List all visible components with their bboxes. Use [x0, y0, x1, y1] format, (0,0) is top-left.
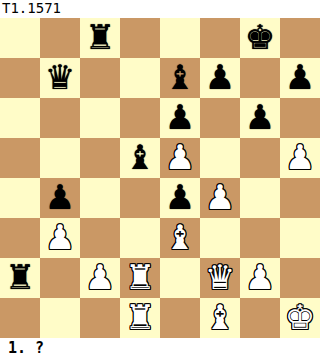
square-e5[interactable]: ♟	[160, 138, 200, 178]
white-pawn-h5: ♟	[285, 138, 315, 177]
white-pawn-g2: ♟	[245, 258, 275, 297]
square-b6[interactable]	[40, 98, 80, 138]
square-e7[interactable]: ♝	[160, 58, 200, 98]
square-f7[interactable]: ♟	[200, 58, 240, 98]
square-f6[interactable]	[200, 98, 240, 138]
square-a5[interactable]	[0, 138, 40, 178]
move-prompt: 1. ?	[0, 338, 320, 360]
square-h7[interactable]: ♟	[280, 58, 320, 98]
square-g6[interactable]: ♟	[240, 98, 280, 138]
square-f2[interactable]: ♛	[200, 258, 240, 298]
white-rook-d2: ♜	[125, 258, 155, 297]
black-pawn-h7: ♟	[285, 58, 315, 97]
square-c1[interactable]	[80, 298, 120, 338]
white-pawn-b3: ♟	[45, 218, 75, 257]
square-h5[interactable]: ♟	[280, 138, 320, 178]
square-c7[interactable]	[80, 58, 120, 98]
square-g2[interactable]: ♟	[240, 258, 280, 298]
square-d8[interactable]	[120, 18, 160, 58]
white-pawn-f4: ♟	[205, 178, 235, 217]
square-a2[interactable]: ♜	[0, 258, 40, 298]
square-g1[interactable]	[240, 298, 280, 338]
square-c4[interactable]	[80, 178, 120, 218]
square-h2[interactable]	[280, 258, 320, 298]
square-e8[interactable]	[160, 18, 200, 58]
square-c2[interactable]: ♟	[80, 258, 120, 298]
black-bishop-e7: ♝	[165, 58, 195, 97]
black-bishop-d5: ♝	[125, 138, 155, 177]
square-a3[interactable]	[0, 218, 40, 258]
square-f4[interactable]: ♟	[200, 178, 240, 218]
square-e1[interactable]	[160, 298, 200, 338]
square-a1[interactable]	[0, 298, 40, 338]
square-c6[interactable]	[80, 98, 120, 138]
square-f8[interactable]	[200, 18, 240, 58]
white-bishop-e3: ♝	[165, 218, 195, 257]
white-rook-d1: ♜	[125, 298, 155, 337]
square-d5[interactable]: ♝	[120, 138, 160, 178]
square-f3[interactable]	[200, 218, 240, 258]
square-d4[interactable]	[120, 178, 160, 218]
black-king-g8: ♚	[245, 18, 275, 57]
square-b4[interactable]: ♟	[40, 178, 80, 218]
chess-board: ♜♚♛♝♟♟♟♟♝♟♟♟♟♟♟♝♜♟♜♛♟♜♝♚	[0, 18, 320, 338]
square-b2[interactable]	[40, 258, 80, 298]
square-g5[interactable]	[240, 138, 280, 178]
black-pawn-e6: ♟	[165, 98, 195, 137]
white-pawn-c2: ♟	[85, 258, 115, 297]
black-pawn-e4: ♟	[165, 178, 195, 217]
square-d1[interactable]: ♜	[120, 298, 160, 338]
square-f5[interactable]	[200, 138, 240, 178]
square-a8[interactable]	[0, 18, 40, 58]
square-b5[interactable]	[40, 138, 80, 178]
square-d3[interactable]	[120, 218, 160, 258]
square-a6[interactable]	[0, 98, 40, 138]
square-e2[interactable]	[160, 258, 200, 298]
square-e6[interactable]: ♟	[160, 98, 200, 138]
square-f1[interactable]: ♝	[200, 298, 240, 338]
square-h4[interactable]	[280, 178, 320, 218]
square-g3[interactable]	[240, 218, 280, 258]
white-queen-f2: ♛	[205, 258, 235, 297]
black-pawn-f7: ♟	[205, 58, 235, 97]
square-a4[interactable]	[0, 178, 40, 218]
square-h3[interactable]	[280, 218, 320, 258]
white-king-h1: ♚	[285, 298, 315, 337]
square-c5[interactable]	[80, 138, 120, 178]
square-a7[interactable]	[0, 58, 40, 98]
square-e3[interactable]: ♝	[160, 218, 200, 258]
square-g4[interactable]	[240, 178, 280, 218]
square-b3[interactable]: ♟	[40, 218, 80, 258]
square-c8[interactable]: ♜	[80, 18, 120, 58]
square-h6[interactable]	[280, 98, 320, 138]
square-d2[interactable]: ♜	[120, 258, 160, 298]
square-c3[interactable]	[80, 218, 120, 258]
square-d6[interactable]	[120, 98, 160, 138]
chess-app-window: T1.1571 ♜♚♛♝♟♟♟♟♝♟♟♟♟♟♟♝♜♟♜♛♟♜♝♚ 1. ?	[0, 0, 320, 360]
black-rook-a2: ♜	[5, 258, 35, 297]
white-pawn-e5: ♟	[165, 138, 195, 177]
square-g8[interactable]: ♚	[240, 18, 280, 58]
square-g7[interactable]	[240, 58, 280, 98]
square-h1[interactable]: ♚	[280, 298, 320, 338]
square-d7[interactable]	[120, 58, 160, 98]
black-queen-b7: ♛	[45, 58, 75, 97]
black-rook-c8: ♜	[85, 18, 115, 57]
puzzle-title: T1.1571	[0, 0, 320, 18]
black-pawn-g6: ♟	[245, 98, 275, 137]
square-h8[interactable]	[280, 18, 320, 58]
square-b7[interactable]: ♛	[40, 58, 80, 98]
black-pawn-b4: ♟	[45, 178, 75, 217]
square-e4[interactable]: ♟	[160, 178, 200, 218]
white-bishop-f1: ♝	[205, 298, 235, 337]
square-b8[interactable]	[40, 18, 80, 58]
square-b1[interactable]	[40, 298, 80, 338]
